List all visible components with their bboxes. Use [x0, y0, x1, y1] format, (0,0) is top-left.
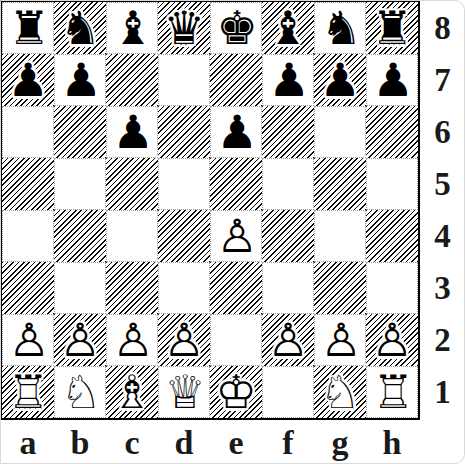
square-h8[interactable]: ♜ — [366, 2, 418, 54]
piece-glyph: ♞ — [315, 2, 367, 54]
piece-glyph: ♜ — [366, 2, 418, 54]
rank-label-7: 7 — [420, 54, 465, 106]
piece-glyph: ♞ — [54, 2, 106, 54]
square-d3[interactable] — [158, 262, 210, 314]
white-queen[interactable]: ♛♕ — [159, 366, 209, 418]
piece-glyph: ♟ — [55, 54, 107, 106]
square-h5[interactable] — [366, 158, 418, 210]
white-king[interactable]: ♚♔ — [210, 366, 262, 418]
black-bishop[interactable]: ♝ — [262, 2, 314, 54]
white-pawn[interactable]: ♟♙ — [3, 314, 53, 366]
square-g7[interactable]: ♟ — [314, 54, 366, 106]
square-h7[interactable]: ♟ — [366, 54, 418, 106]
black-pawn[interactable]: ♟ — [263, 54, 313, 106]
square-c4[interactable] — [106, 210, 158, 262]
rank-label-3: 3 — [420, 262, 465, 314]
white-pawn[interactable]: ♟♙ — [158, 314, 210, 366]
piece-outline: ♙ — [315, 314, 367, 366]
piece-outline: ♘ — [55, 366, 107, 418]
square-b3[interactable] — [54, 262, 106, 314]
square-e8[interactable]: ♚ — [210, 2, 262, 54]
piece-outline: ♙ — [158, 314, 210, 366]
square-h4[interactable] — [366, 210, 418, 262]
black-pawn[interactable]: ♟ — [107, 106, 157, 158]
piece-glyph: ♟ — [2, 54, 54, 106]
square-a4[interactable] — [2, 210, 54, 262]
square-d8[interactable]: ♛ — [158, 2, 210, 54]
white-pawn[interactable]: ♟♙ — [366, 314, 418, 366]
black-bishop[interactable]: ♝ — [107, 2, 157, 54]
square-a5[interactable] — [2, 158, 54, 210]
piece-outline: ♗ — [106, 366, 158, 418]
piece-glyph: ♟ — [314, 54, 366, 106]
square-f2[interactable]: ♟♙ — [262, 314, 314, 366]
black-pawn[interactable]: ♟ — [314, 54, 366, 106]
square-a3[interactable] — [2, 262, 54, 314]
white-pawn[interactable]: ♟♙ — [315, 314, 365, 366]
square-c1[interactable]: ♝♗ — [106, 366, 158, 418]
square-e3[interactable] — [210, 262, 262, 314]
square-b1[interactable]: ♞♘ — [54, 366, 106, 418]
rank-label-1: 1 — [420, 366, 465, 418]
square-f7[interactable]: ♟ — [262, 54, 314, 106]
white-pawn[interactable]: ♟♙ — [262, 314, 314, 366]
square-d7[interactable] — [158, 54, 210, 106]
black-knight[interactable]: ♞ — [54, 2, 106, 54]
piece-glyph: ♟ — [367, 54, 419, 106]
piece-glyph: ♟ — [107, 106, 159, 158]
square-f4[interactable] — [262, 210, 314, 262]
piece-outline: ♙ — [54, 314, 106, 366]
square-b7[interactable]: ♟ — [54, 54, 106, 106]
square-a8[interactable]: ♜ — [2, 2, 54, 54]
square-e5[interactable] — [210, 158, 262, 210]
chess-board: ♜♞♝♛♚♝♞♜♟♟♟♟♟♟♟♟♙♟♙♟♙♟♙♟♙♟♙♟♙♟♙♜♖♞♘♝♗♛♕♚… — [0, 0, 420, 420]
black-queen[interactable]: ♛ — [158, 2, 210, 54]
square-c7[interactable] — [106, 54, 158, 106]
piece-outline: ♙ — [107, 314, 159, 366]
square-d6[interactable] — [158, 106, 210, 158]
file-labels: abcdefgh — [2, 420, 418, 464]
white-pawn[interactable]: ♟♙ — [54, 314, 106, 366]
square-b6[interactable] — [54, 106, 106, 158]
white-bishop[interactable]: ♝♗ — [106, 366, 158, 418]
black-knight[interactable]: ♞ — [315, 2, 365, 54]
square-c6[interactable]: ♟ — [106, 106, 158, 158]
white-pawn[interactable]: ♟♙ — [107, 314, 157, 366]
piece-outline: ♘ — [314, 366, 366, 418]
rank-label-6: 6 — [420, 106, 465, 158]
square-a1[interactable]: ♜♖ — [2, 366, 54, 418]
black-pawn[interactable]: ♟ — [367, 54, 417, 106]
square-a6[interactable] — [2, 106, 54, 158]
file-label-c: c — [106, 420, 158, 464]
black-pawn[interactable]: ♟ — [211, 106, 261, 158]
piece-glyph: ♝ — [107, 2, 159, 54]
square-c8[interactable]: ♝ — [106, 2, 158, 54]
black-king[interactable]: ♚ — [211, 2, 261, 54]
piece-glyph: ♟ — [211, 106, 263, 158]
square-b5[interactable] — [54, 158, 106, 210]
square-d5[interactable] — [158, 158, 210, 210]
file-label-a: a — [2, 420, 54, 464]
piece-glyph: ♛ — [158, 2, 210, 54]
square-h2[interactable]: ♟♙ — [366, 314, 418, 366]
square-b2[interactable]: ♟♙ — [54, 314, 106, 366]
white-knight[interactable]: ♞♘ — [55, 366, 105, 418]
square-g1[interactable]: ♞♘ — [314, 366, 366, 418]
white-knight[interactable]: ♞♘ — [314, 366, 366, 418]
square-d4[interactable] — [158, 210, 210, 262]
piece-glyph: ♚ — [211, 2, 263, 54]
square-e4[interactable]: ♟♙ — [210, 210, 262, 262]
square-g3[interactable] — [314, 262, 366, 314]
piece-outline: ♕ — [159, 366, 211, 418]
piece-glyph: ♝ — [262, 2, 314, 54]
square-f3[interactable] — [262, 262, 314, 314]
square-a2[interactable]: ♟♙ — [2, 314, 54, 366]
square-g8[interactable]: ♞ — [314, 2, 366, 54]
square-h1[interactable]: ♜♖ — [366, 366, 418, 418]
file-label-b: b — [54, 420, 106, 464]
rank-labels: 87654321 — [420, 2, 465, 418]
piece-glyph: ♜ — [3, 2, 55, 54]
rank-label-4: 4 — [420, 210, 465, 262]
piece-outline: ♖ — [2, 366, 54, 418]
piece-outline: ♔ — [210, 366, 262, 418]
square-f6[interactable] — [262, 106, 314, 158]
file-label-g: g — [314, 420, 366, 464]
square-e1[interactable]: ♚♔ — [210, 366, 262, 418]
square-c2[interactable]: ♟♙ — [106, 314, 158, 366]
square-g5[interactable] — [314, 158, 366, 210]
square-d2[interactable]: ♟♙ — [158, 314, 210, 366]
rank-label-8: 8 — [420, 2, 465, 54]
piece-outline: ♙ — [211, 210, 263, 262]
square-g6[interactable] — [314, 106, 366, 158]
rank-label-2: 2 — [420, 314, 465, 366]
square-c3[interactable] — [106, 262, 158, 314]
square-e2[interactable] — [210, 314, 262, 366]
square-b8[interactable]: ♞ — [54, 2, 106, 54]
square-c5[interactable] — [106, 158, 158, 210]
square-g4[interactable] — [314, 210, 366, 262]
square-e6[interactable]: ♟ — [210, 106, 262, 158]
black-rook[interactable]: ♜ — [3, 2, 53, 54]
file-label-h: h — [366, 420, 418, 464]
rank-label-5: 5 — [420, 158, 465, 210]
square-h3[interactable] — [366, 262, 418, 314]
square-g2[interactable]: ♟♙ — [314, 314, 366, 366]
square-f1[interactable] — [262, 366, 314, 418]
file-label-d: d — [158, 420, 210, 464]
piece-outline: ♙ — [366, 314, 418, 366]
white-rook[interactable]: ♜♖ — [367, 366, 417, 418]
chess-diagram: ♜♞♝♛♚♝♞♜♟♟♟♟♟♟♟♟♙♟♙♟♙♟♙♟♙♟♙♟♙♟♙♜♖♞♘♝♗♛♕♚… — [0, 0, 465, 464]
white-pawn[interactable]: ♟♙ — [211, 210, 261, 262]
piece-outline: ♖ — [367, 366, 419, 418]
file-label-e: e — [210, 420, 262, 464]
square-h6[interactable] — [366, 106, 418, 158]
black-rook[interactable]: ♜ — [366, 2, 418, 54]
square-b4[interactable] — [54, 210, 106, 262]
piece-outline: ♙ — [262, 314, 314, 366]
piece-glyph: ♟ — [263, 54, 315, 106]
black-pawn[interactable]: ♟ — [2, 54, 54, 106]
piece-outline: ♙ — [3, 314, 55, 366]
black-pawn[interactable]: ♟ — [55, 54, 105, 106]
square-e7[interactable] — [210, 54, 262, 106]
square-f5[interactable] — [262, 158, 314, 210]
square-a7[interactable]: ♟ — [2, 54, 54, 106]
white-rook[interactable]: ♜♖ — [2, 366, 54, 418]
file-label-f: f — [262, 420, 314, 464]
square-f8[interactable]: ♝ — [262, 2, 314, 54]
square-d1[interactable]: ♛♕ — [158, 366, 210, 418]
